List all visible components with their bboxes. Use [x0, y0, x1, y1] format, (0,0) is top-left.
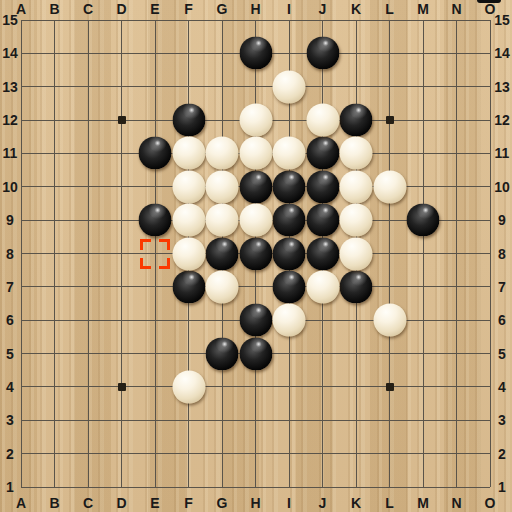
- black-stone-k12: [340, 104, 373, 137]
- white-stone-l10: [373, 170, 406, 203]
- row-label-left-3: 3: [6, 413, 14, 427]
- black-stone-h6: [239, 304, 272, 337]
- column-label-bottom-e: E: [150, 496, 159, 510]
- white-stone-k9: [340, 204, 373, 237]
- row-label-right-7: 7: [498, 280, 506, 294]
- white-stone-f11: [172, 137, 205, 170]
- row-label-right-10: 10: [494, 180, 510, 194]
- marker-corner-tr: [159, 239, 170, 250]
- row-label-left-5: 5: [6, 347, 14, 361]
- row-label-right-12: 12: [494, 113, 510, 127]
- column-label-bottom-j: J: [319, 496, 327, 510]
- column-label-bottom-h: H: [250, 496, 260, 510]
- row-label-right-1: 1: [498, 480, 506, 494]
- column-label-bottom-f: F: [184, 496, 193, 510]
- row-label-right-3: 3: [498, 413, 506, 427]
- row-label-right-11: 11: [495, 146, 510, 160]
- row-label-left-14: 14: [2, 46, 18, 60]
- row-label-right-5: 5: [498, 347, 506, 361]
- black-stone-i7: [273, 270, 306, 303]
- white-stone-k11: [340, 137, 373, 170]
- black-stone-i9: [273, 204, 306, 237]
- black-stone-j10: [306, 170, 339, 203]
- row-label-left-6: 6: [6, 313, 14, 327]
- row-label-left-7: 7: [6, 280, 14, 294]
- column-label-top-l: L: [385, 2, 394, 16]
- column-label-bottom-c: C: [83, 496, 93, 510]
- star-point-l4: [386, 383, 394, 391]
- black-stone-h10: [239, 170, 272, 203]
- row-label-left-12: 12: [2, 113, 18, 127]
- white-stone-f8: [172, 237, 205, 270]
- black-stone-f7: [172, 270, 205, 303]
- row-label-right-14: 14: [494, 46, 510, 60]
- row-label-right-8: 8: [498, 247, 506, 261]
- white-stone-g9: [206, 204, 239, 237]
- white-stone-g7: [206, 270, 239, 303]
- black-stone-k7: [340, 270, 373, 303]
- row-label-right-15: 15: [494, 13, 510, 27]
- white-stone-f10: [172, 170, 205, 203]
- screen-edge-artifact: [477, 0, 501, 3]
- column-label-bottom-b: B: [49, 496, 59, 510]
- row-label-left-10: 10: [2, 180, 18, 194]
- black-stone-j9: [306, 204, 339, 237]
- column-label-top-m: M: [417, 2, 429, 16]
- column-label-top-g: G: [217, 2, 228, 16]
- white-stone-g11: [206, 137, 239, 170]
- row-label-left-8: 8: [6, 247, 14, 261]
- white-stone-h9: [239, 204, 272, 237]
- black-stone-g5: [206, 337, 239, 370]
- column-label-bottom-o: O: [485, 496, 496, 510]
- marker-corner-tl: [140, 239, 151, 250]
- black-stone-j14: [306, 37, 339, 70]
- black-stone-i10: [273, 170, 306, 203]
- white-stone-f4: [172, 370, 205, 403]
- row-label-left-1: 1: [6, 480, 14, 494]
- row-label-right-9: 9: [498, 213, 506, 227]
- column-label-top-c: C: [83, 2, 93, 16]
- column-label-bottom-l: L: [385, 496, 394, 510]
- column-label-bottom-g: G: [217, 496, 228, 510]
- column-label-bottom-m: M: [417, 496, 429, 510]
- black-stone-h14: [239, 37, 272, 70]
- white-stone-i6: [273, 304, 306, 337]
- gomoku-board[interactable]: AABBCCDDEEFFGGHHIIJJKKLLMMNNOO1515141413…: [0, 0, 512, 512]
- white-stone-j12: [306, 104, 339, 137]
- column-label-bottom-a: A: [16, 496, 26, 510]
- column-label-top-d: D: [116, 2, 126, 16]
- star-point-l12: [386, 116, 394, 124]
- white-stone-h12: [239, 104, 272, 137]
- row-label-left-11: 11: [3, 146, 18, 160]
- column-label-bottom-i: I: [287, 496, 291, 510]
- white-stone-h11: [239, 137, 272, 170]
- white-stone-i11: [273, 137, 306, 170]
- black-stone-h5: [239, 337, 272, 370]
- row-label-left-2: 2: [6, 447, 14, 461]
- column-label-top-b: B: [49, 2, 59, 16]
- white-stone-j7: [306, 270, 339, 303]
- black-stone-f12: [172, 104, 205, 137]
- column-label-bottom-k: K: [351, 496, 361, 510]
- column-label-top-f: F: [184, 2, 193, 16]
- black-stone-j11: [306, 137, 339, 170]
- column-label-top-e: E: [150, 2, 159, 16]
- column-label-bottom-n: N: [451, 496, 461, 510]
- marker-corner-bl: [140, 258, 151, 269]
- black-stone-g8: [206, 237, 239, 270]
- row-label-right-4: 4: [498, 380, 506, 394]
- column-label-top-j: J: [319, 2, 327, 16]
- black-stone-e9: [139, 204, 172, 237]
- black-stone-h8: [239, 237, 272, 270]
- column-label-top-k: K: [351, 2, 361, 16]
- white-stone-f9: [172, 204, 205, 237]
- row-label-left-9: 9: [6, 213, 14, 227]
- column-label-top-h: H: [250, 2, 260, 16]
- black-stone-m9: [407, 204, 440, 237]
- white-stone-g10: [206, 170, 239, 203]
- row-label-right-6: 6: [498, 313, 506, 327]
- star-point-d12: [118, 116, 126, 124]
- row-label-left-13: 13: [2, 80, 18, 94]
- black-stone-e11: [139, 137, 172, 170]
- row-label-left-15: 15: [2, 13, 18, 27]
- row-label-right-2: 2: [498, 447, 506, 461]
- column-label-top-i: I: [287, 2, 291, 16]
- marker-corner-br: [159, 258, 170, 269]
- white-stone-k10: [340, 170, 373, 203]
- row-label-right-13: 13: [494, 80, 510, 94]
- column-label-top-n: N: [451, 2, 461, 16]
- white-stone-l6: [373, 304, 406, 337]
- white-stone-i13: [273, 70, 306, 103]
- black-stone-i8: [273, 237, 306, 270]
- highlight-marker-e8: [140, 239, 170, 269]
- star-point-d4: [118, 383, 126, 391]
- row-label-left-4: 4: [6, 380, 14, 394]
- white-stone-k8: [340, 237, 373, 270]
- black-stone-j8: [306, 237, 339, 270]
- column-label-bottom-d: D: [116, 496, 126, 510]
